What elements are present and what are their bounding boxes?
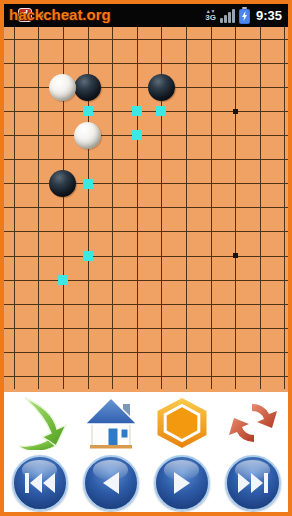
move-marker[interactable] <box>132 106 142 116</box>
watermark-frame: d ★ ↕ × hackcheat.org ▲▼ 3G <box>0 0 292 516</box>
status-bar: d ★ ↕ × hackcheat.org ▲▼ 3G <box>4 4 288 27</box>
home-button[interactable] <box>83 395 139 451</box>
skip-to-end-button[interactable] <box>225 455 281 511</box>
toolbar <box>4 394 288 452</box>
battery-charging-icon <box>239 7 250 24</box>
black-stone <box>74 74 101 101</box>
status-indicators: ▲▼ 3G 9:35 <box>205 4 285 27</box>
star-point <box>233 109 238 114</box>
move-marker[interactable] <box>132 130 142 140</box>
move-marker[interactable] <box>156 106 166 116</box>
skip-to-start-icon <box>23 471 57 495</box>
move-marker[interactable] <box>83 251 93 261</box>
mobile-data-icon: ▲▼ 3G <box>205 9 216 22</box>
status-clock: 9:35 <box>256 8 282 23</box>
go-board[interactable] <box>4 27 288 392</box>
move-marker[interactable] <box>58 275 68 285</box>
bottom-panel <box>4 392 288 512</box>
watermark-text: hackcheat.org <box>9 6 111 23</box>
rotate-button[interactable] <box>225 395 281 451</box>
step-back-button[interactable] <box>83 455 139 511</box>
black-stone <box>148 74 175 101</box>
rotate-icon <box>226 396 280 450</box>
black-stone <box>49 170 76 197</box>
skip-to-start-button[interactable] <box>12 455 68 511</box>
white-stone <box>49 74 76 101</box>
star-point <box>233 253 238 258</box>
step-back-icon <box>100 470 122 496</box>
step-forward-icon <box>171 470 193 496</box>
move-marker[interactable] <box>83 106 93 116</box>
step-forward-button[interactable] <box>154 455 210 511</box>
signal-strength-icon <box>220 8 235 23</box>
white-stone <box>74 122 101 149</box>
move-marker[interactable] <box>83 179 93 189</box>
transport-controls <box>4 454 288 512</box>
home-icon <box>84 396 138 450</box>
green-curved-arrow-icon <box>13 396 67 450</box>
app-screen: d ★ ↕ × hackcheat.org ▲▼ 3G <box>4 4 288 512</box>
skip-to-end-icon <box>236 471 270 495</box>
undo-button[interactable] <box>12 395 68 451</box>
hexagon-button[interactable] <box>154 395 210 451</box>
board-grid[interactable] <box>4 27 288 389</box>
hexagon-icon <box>155 396 209 450</box>
